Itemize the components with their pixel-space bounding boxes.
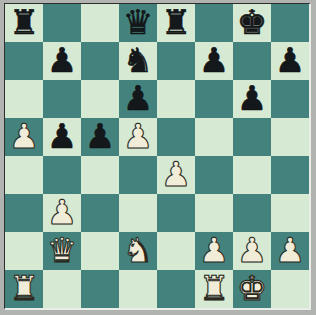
piece-black-pawn[interactable]: ♟ [199,41,229,79]
piece-black-pawn[interactable]: ♟ [237,79,267,117]
piece-black-king[interactable]: ♚ [237,3,267,41]
square-d1[interactable] [119,270,157,308]
square-a2[interactable] [5,232,43,270]
piece-white-king[interactable]: ♚ [237,269,267,307]
square-g2[interactable]: ♟ [233,232,271,270]
square-h2[interactable]: ♟ [271,232,309,270]
piece-black-rook[interactable]: ♜ [161,3,191,41]
piece-white-pawn[interactable]: ♟ [199,231,229,269]
square-c4[interactable] [81,156,119,194]
piece-black-pawn[interactable]: ♟ [123,79,153,117]
square-d6[interactable]: ♟ [119,80,157,118]
piece-white-pawn[interactable]: ♟ [275,231,305,269]
square-a7[interactable] [5,42,43,80]
square-d4[interactable] [119,156,157,194]
square-c8[interactable] [81,4,119,42]
piece-white-pawn[interactable]: ♟ [47,193,77,231]
square-c5[interactable]: ♟ [81,118,119,156]
piece-black-knight[interactable]: ♞ [123,41,153,79]
piece-black-pawn[interactable]: ♟ [47,41,77,79]
piece-white-pawn[interactable]: ♟ [123,117,153,155]
chess-board: ♜♛♜♚♟♞♟♟♟♟♟♟♟♟♟♟♛♞♟♟♟♜♜♚ [4,3,311,310]
square-a1[interactable]: ♜ [5,270,43,308]
square-d7[interactable]: ♞ [119,42,157,80]
square-g3[interactable] [233,194,271,232]
square-g1[interactable]: ♚ [233,270,271,308]
square-d3[interactable] [119,194,157,232]
square-h3[interactable] [271,194,309,232]
square-e5[interactable] [157,118,195,156]
piece-black-rook[interactable]: ♜ [9,3,39,41]
square-c7[interactable] [81,42,119,80]
square-b7[interactable]: ♟ [43,42,81,80]
square-c6[interactable] [81,80,119,118]
square-e2[interactable] [157,232,195,270]
square-a8[interactable]: ♜ [5,4,43,42]
piece-black-queen[interactable]: ♛ [123,3,153,41]
square-g7[interactable] [233,42,271,80]
square-b4[interactable] [43,156,81,194]
square-e6[interactable] [157,80,195,118]
square-e8[interactable]: ♜ [157,4,195,42]
square-h5[interactable] [271,118,309,156]
square-f4[interactable] [195,156,233,194]
square-g5[interactable] [233,118,271,156]
square-g6[interactable]: ♟ [233,80,271,118]
square-b8[interactable] [43,4,81,42]
square-e4[interactable]: ♟ [157,156,195,194]
square-f8[interactable] [195,4,233,42]
square-d8[interactable]: ♛ [119,4,157,42]
piece-white-rook[interactable]: ♜ [9,269,39,307]
square-f6[interactable] [195,80,233,118]
piece-black-pawn[interactable]: ♟ [275,41,305,79]
piece-black-pawn[interactable]: ♟ [85,117,115,155]
square-b2[interactable]: ♛ [43,232,81,270]
square-c3[interactable] [81,194,119,232]
square-g8[interactable]: ♚ [233,4,271,42]
piece-black-pawn[interactable]: ♟ [47,117,77,155]
piece-white-pawn[interactable]: ♟ [9,117,39,155]
piece-white-rook[interactable]: ♜ [199,269,229,307]
square-b5[interactable]: ♟ [43,118,81,156]
square-h4[interactable] [271,156,309,194]
square-e1[interactable] [157,270,195,308]
square-a3[interactable] [5,194,43,232]
piece-white-pawn[interactable]: ♟ [161,155,191,193]
square-f7[interactable]: ♟ [195,42,233,80]
square-d2[interactable]: ♞ [119,232,157,270]
square-g4[interactable] [233,156,271,194]
square-f5[interactable] [195,118,233,156]
board-frame: ♜♛♜♚♟♞♟♟♟♟♟♟♟♟♟♟♛♞♟♟♟♜♜♚ [4,3,311,310]
square-e7[interactable] [157,42,195,80]
square-b3[interactable]: ♟ [43,194,81,232]
square-d5[interactable]: ♟ [119,118,157,156]
square-h7[interactable]: ♟ [271,42,309,80]
square-e3[interactable] [157,194,195,232]
piece-white-knight[interactable]: ♞ [123,231,153,269]
square-c1[interactable] [81,270,119,308]
square-f1[interactable]: ♜ [195,270,233,308]
square-a5[interactable]: ♟ [5,118,43,156]
square-h6[interactable] [271,80,309,118]
square-a6[interactable] [5,80,43,118]
piece-white-queen[interactable]: ♛ [47,231,77,269]
square-h1[interactable] [271,270,309,308]
piece-white-pawn[interactable]: ♟ [237,231,267,269]
square-f2[interactable]: ♟ [195,232,233,270]
square-a4[interactable] [5,156,43,194]
square-b1[interactable] [43,270,81,308]
square-b6[interactable] [43,80,81,118]
square-c2[interactable] [81,232,119,270]
square-f3[interactable] [195,194,233,232]
square-h8[interactable] [271,4,309,42]
